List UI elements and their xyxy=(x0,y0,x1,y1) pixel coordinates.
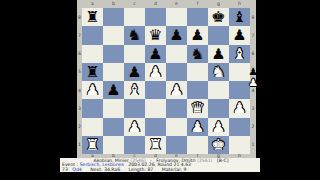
square-g2: ♟ xyxy=(208,118,229,136)
file-label-e: e xyxy=(166,1,187,8)
rank-label-3: 3 xyxy=(250,99,256,117)
square-d6: ♟ xyxy=(145,45,166,63)
square-h1 xyxy=(229,136,250,154)
captured-piece-indicators: ♟ ♟ xyxy=(246,66,260,92)
white-rook: ♜ xyxy=(148,138,162,153)
material-count: Material: 9 xyxy=(162,167,187,172)
white-pawn: ♟ xyxy=(232,101,246,116)
square-c3 xyxy=(124,99,145,117)
square-h7: ♟ xyxy=(229,26,250,44)
current-move: Qd4 xyxy=(72,167,81,172)
black-queen: ♛ xyxy=(148,28,162,43)
square-a4: ♟ xyxy=(82,81,103,99)
square-c6 xyxy=(124,45,145,63)
square-a2 xyxy=(82,118,103,136)
square-g7 xyxy=(208,26,229,44)
square-f2: ♟ xyxy=(187,118,208,136)
rank-label-2: 2 xyxy=(250,118,256,136)
game-length: Length: 87 xyxy=(129,167,154,172)
square-g4 xyxy=(208,81,229,99)
square-a5: ♜ xyxy=(82,63,103,81)
rank-label-7: 7 xyxy=(250,26,256,44)
square-e2 xyxy=(166,118,187,136)
square-h2 xyxy=(229,118,250,136)
black-pawn: ♟ xyxy=(190,28,204,43)
video-frame: abcdefgh abcdefgh 87654321 87654321 ♜♚♝♞… xyxy=(0,0,320,180)
move-info-line: 73 Qd4 Next: 34.Ra6 Length: 87 Material:… xyxy=(60,168,260,173)
square-a8: ♜ xyxy=(82,8,103,26)
square-f1 xyxy=(187,136,208,154)
white-bishop: ♝ xyxy=(232,46,246,61)
square-b2 xyxy=(103,118,124,136)
square-e3 xyxy=(166,99,187,117)
black-pawn: ♟ xyxy=(211,46,225,61)
white-rook: ♜ xyxy=(85,138,99,153)
caption-bar: Akobian, Minier (2546) - Frolyanov, Dmit… xyxy=(60,158,260,172)
white-pawn: ♟ xyxy=(85,83,99,98)
white-knight: ♞ xyxy=(211,65,225,80)
move-number: 73 xyxy=(62,167,68,172)
black-player-rating: (2561) xyxy=(197,158,212,163)
black-pawn: ♟ xyxy=(232,28,246,43)
square-e5 xyxy=(166,63,187,81)
square-e4: ♟ xyxy=(166,81,187,99)
square-d7: ♛ xyxy=(145,26,166,44)
square-g3 xyxy=(208,99,229,117)
file-label-c: c xyxy=(124,1,145,8)
square-b4: ♟ xyxy=(103,81,124,99)
square-h3: ♟ xyxy=(229,99,250,117)
square-f6: ♞ xyxy=(187,45,208,63)
square-e6 xyxy=(166,45,187,63)
black-knight: ♞ xyxy=(127,28,141,43)
rank-label-6: 6 xyxy=(250,45,256,63)
black-pawn: ♟ xyxy=(106,83,120,98)
square-d5: ♟ xyxy=(145,63,166,81)
white-pawn: ♟ xyxy=(211,119,225,134)
square-h6: ♝ xyxy=(229,45,250,63)
black-rook: ♜ xyxy=(85,65,99,80)
square-h8: ♝ xyxy=(229,8,250,26)
white-pawn: ♟ xyxy=(148,65,162,80)
square-b8 xyxy=(103,8,124,26)
black-pawn-indicator-icon: ♟ xyxy=(246,66,260,76)
square-c8 xyxy=(124,8,145,26)
square-c5: ♟ xyxy=(124,63,145,81)
file-label-d: d xyxy=(145,1,166,8)
square-e7: ♟ xyxy=(166,26,187,44)
square-g5: ♞ xyxy=(208,63,229,81)
square-b3 xyxy=(103,99,124,117)
black-knight: ♞ xyxy=(190,46,204,61)
square-a3 xyxy=(82,99,103,117)
black-pawn: ♟ xyxy=(148,46,162,61)
square-e8 xyxy=(166,8,187,26)
white-pawn: ♟ xyxy=(190,119,204,134)
square-d3 xyxy=(145,99,166,117)
square-b7 xyxy=(103,26,124,44)
square-c1 xyxy=(124,136,145,154)
next-move: Next: 34.Ra6 xyxy=(90,167,120,172)
white-pawn: ♟ xyxy=(169,83,183,98)
black-pawn: ♟ xyxy=(127,65,141,80)
square-b1 xyxy=(103,136,124,154)
square-d1: ♜ xyxy=(145,136,166,154)
square-c7: ♞ xyxy=(124,26,145,44)
square-b5 xyxy=(103,63,124,81)
black-pawn: ♟ xyxy=(169,28,183,43)
square-b6 xyxy=(103,45,124,63)
square-c2: ♟ xyxy=(124,118,145,136)
square-d2 xyxy=(145,118,166,136)
square-e1 xyxy=(166,136,187,154)
square-g6: ♟ xyxy=(208,45,229,63)
square-d8 xyxy=(145,8,166,26)
square-f3: ♛ xyxy=(187,99,208,117)
chess-board: ♜♚♝♞♛♟♟♟♟♞♟♝♜♟♟♞♟♟♝♟♛♟♟♟♟♜♜♚ xyxy=(82,8,250,154)
file-label-b: b xyxy=(103,1,124,8)
rank-label-1: 1 xyxy=(250,136,256,154)
square-g1: ♚ xyxy=(208,136,229,154)
square-a1: ♜ xyxy=(82,136,103,154)
black-king: ♚ xyxy=(211,10,225,25)
square-f7: ♟ xyxy=(187,26,208,44)
white-bishop: ♝ xyxy=(127,83,141,98)
white-pawn-indicator-icon: ♟ xyxy=(246,77,260,87)
square-a6 xyxy=(82,45,103,63)
square-d4 xyxy=(145,81,166,99)
square-f5 xyxy=(187,63,208,81)
white-queen: ♛ xyxy=(190,101,204,116)
rank-label-8: 8 xyxy=(250,8,256,26)
game-result: [B-C] xyxy=(217,158,229,163)
white-pawn: ♟ xyxy=(127,119,141,134)
square-c4: ♝ xyxy=(124,81,145,99)
square-f4 xyxy=(187,81,208,99)
file-label-f: f xyxy=(187,1,208,8)
black-bishop: ♝ xyxy=(232,10,246,25)
square-g8: ♚ xyxy=(208,8,229,26)
black-rook: ♜ xyxy=(85,10,99,25)
white-king: ♚ xyxy=(211,138,225,153)
square-a7 xyxy=(82,26,103,44)
square-f8 xyxy=(187,8,208,26)
